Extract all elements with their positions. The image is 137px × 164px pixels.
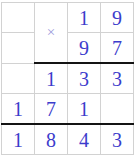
product-digit-ones: 3	[101, 124, 134, 155]
multiplier-digit-tens: 9	[68, 33, 101, 64]
grid-cell-empty	[2, 63, 35, 94]
multiply-sign-icon: ×	[35, 3, 68, 64]
multiplicand-row: × 1 9	[2, 3, 134, 33]
partial1-digit-ones: 3	[101, 63, 134, 94]
product-digit-hundreds: 8	[35, 124, 68, 155]
multiplier-digit-ones: 7	[101, 33, 134, 64]
long-multiplication-grid: × 1 9 9 7 1 3 3 1 7 1 1 8 4 3	[1, 2, 134, 155]
partial1-digit-tens: 3	[68, 63, 101, 94]
partial2-digit-hundreds: 1	[2, 94, 35, 125]
partial1-digit-hundreds: 1	[35, 63, 68, 94]
multiplier-row: 9 7	[2, 33, 134, 64]
partial-product-row-2: 1 7 1	[2, 94, 134, 125]
grid-cell-empty	[2, 3, 35, 33]
product-digit-thousands: 1	[2, 124, 35, 155]
grid-cell-empty	[101, 94, 134, 125]
multiplicand-digit-ones: 9	[101, 3, 134, 33]
partial2-digit-ones: 1	[68, 94, 101, 125]
partial-product-row-1: 1 3 3	[2, 63, 134, 94]
partial2-digit-tens: 7	[35, 94, 68, 125]
product-row: 1 8 4 3	[2, 124, 134, 155]
multiplicand-digit-tens: 1	[68, 3, 101, 33]
product-digit-tens: 4	[68, 124, 101, 155]
grid-cell-empty	[2, 33, 35, 64]
